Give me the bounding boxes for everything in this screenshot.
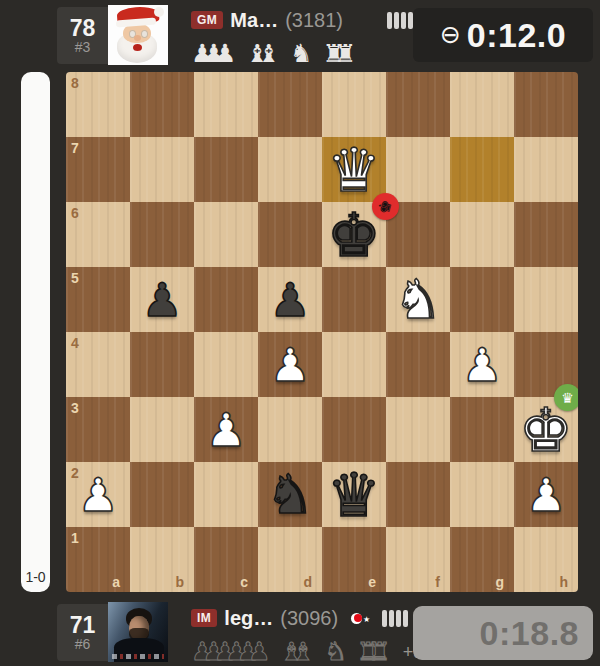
captured-rook-icon: ♜: [334, 41, 356, 66]
fallen-king-icon: ♚: [376, 198, 395, 216]
bottom-player-scorebox: 71 #6: [57, 604, 108, 661]
square-a6[interactable]: 6: [66, 202, 130, 267]
crown-icon: ♛: [561, 391, 574, 405]
bottom-player-avatar[interactable]: [108, 602, 168, 662]
black-queen-e2[interactable]: ♛: [322, 462, 386, 527]
captured-group-pawn: ♟♟♟: [191, 41, 236, 66]
square-d8[interactable]: [258, 72, 322, 137]
santa-hat-trim: [116, 18, 156, 28]
top-player-signal-bars-icon: [387, 12, 413, 29]
black-knight-d2[interactable]: ♞: [258, 462, 322, 527]
square-f5[interactable]: ♞: [386, 267, 450, 332]
square-g3[interactable]: [450, 397, 514, 462]
rank-label-4: 4: [71, 335, 79, 351]
square-h8[interactable]: [514, 72, 578, 137]
square-f7[interactable]: [386, 137, 450, 202]
captured-pawn-icon: ♟: [214, 41, 236, 66]
top-player-clock: ⊖ 0:12.0: [413, 8, 593, 62]
white-pawn-h2[interactable]: ♟: [514, 462, 578, 527]
square-d1[interactable]: d: [258, 527, 322, 592]
top-player-score: 78: [70, 16, 96, 40]
white-queen-e7[interactable]: ♛: [322, 137, 386, 202]
file-label-d: d: [303, 574, 312, 590]
winner-crown-badge: ♛: [554, 384, 578, 411]
captured-knight-icon: ♞: [324, 639, 346, 664]
square-b6[interactable]: [130, 202, 194, 267]
white-pawn-d4[interactable]: ♟: [258, 332, 322, 397]
circled-minus-icon: ⊖: [440, 20, 461, 49]
square-h2[interactable]: ♟: [514, 462, 578, 527]
bottom-player-signal-bars-icon: [382, 610, 408, 627]
top-player-title-badge: GM: [191, 11, 223, 29]
captured-knight-icon: ♞: [290, 41, 312, 66]
bottom-player-seed: #6: [75, 637, 91, 652]
black-pawn-b5[interactable]: ♟: [130, 267, 194, 332]
signal-bar: [396, 610, 401, 627]
top-player-time: 0:12.0: [467, 16, 566, 55]
square-g5[interactable]: [450, 267, 514, 332]
square-h6[interactable]: [514, 202, 578, 267]
square-f8[interactable]: [386, 72, 450, 137]
square-g6[interactable]: [450, 202, 514, 267]
signal-bar: [403, 610, 408, 627]
square-a1[interactable]: 1a: [66, 527, 130, 592]
santa-eye: [141, 30, 148, 38]
game-result-label: 1-0: [21, 569, 50, 585]
square-e3[interactable]: [322, 397, 386, 462]
top-player-name[interactable]: Ma…: [230, 9, 278, 32]
square-d5[interactable]: ♟: [258, 267, 322, 332]
santa-nose: [134, 35, 141, 41]
square-h5[interactable]: [514, 267, 578, 332]
file-label-h: h: [559, 574, 568, 590]
white-pawn-g4[interactable]: ♟: [450, 332, 514, 397]
square-g2[interactable]: [450, 462, 514, 527]
square-h3[interactable]: ♚♛: [514, 397, 578, 462]
captured-bishop-icon: ♝: [292, 639, 314, 664]
signal-bar: [394, 12, 399, 29]
square-c8[interactable]: [194, 72, 258, 137]
rank-label-5: 5: [71, 270, 79, 286]
square-b3[interactable]: [130, 397, 194, 462]
captured-rook-icon: ♜: [368, 639, 390, 664]
file-label-c: c: [240, 574, 248, 590]
square-b2[interactable]: [130, 462, 194, 527]
captured-group-knight: ♞: [324, 639, 346, 664]
captured-group-rook: ♜♜: [357, 639, 391, 664]
white-knight-f5[interactable]: ♞: [386, 267, 450, 332]
captured-group-rook: ♜♜: [323, 41, 357, 66]
square-h1[interactable]: h: [514, 527, 578, 592]
square-e2[interactable]: ♛: [322, 462, 386, 527]
square-d4[interactable]: ♟: [258, 332, 322, 397]
santa-mouth: [133, 44, 142, 51]
chess-board[interactable]: 87♛6♚♚5♟♟♞4♟♟3♟♚♛2♟♞♛♟1abcdefgh: [66, 72, 578, 592]
rank-label-8: 8: [71, 75, 79, 91]
signal-bar: [387, 12, 392, 29]
square-a5[interactable]: 5: [66, 267, 130, 332]
square-f4[interactable]: [386, 332, 450, 397]
square-b8[interactable]: [130, 72, 194, 137]
norway-flag-icon: [351, 11, 379, 30]
top-player-avatar[interactable]: [108, 5, 168, 65]
rank-label-3: 3: [71, 400, 79, 416]
top-player-seed: #3: [75, 40, 91, 55]
bottom-player-captured-pieces: ♟♟♟♟♟♟♝♝♞♜♜+3: [191, 634, 406, 664]
square-h7[interactable]: [514, 137, 578, 202]
square-g7[interactable]: [450, 137, 514, 202]
square-c1[interactable]: c: [194, 527, 258, 592]
top-player-rating: (3181): [285, 9, 343, 32]
rank-label-6: 6: [71, 205, 79, 221]
square-e1[interactable]: e: [322, 527, 386, 592]
top-player-scorebox: 78 #3: [57, 7, 108, 64]
square-c3[interactable]: ♟: [194, 397, 258, 462]
square-d6[interactable]: [258, 202, 322, 267]
captured-group-bishop: ♝♝: [246, 41, 280, 66]
square-e4[interactable]: [322, 332, 386, 397]
checkmated-king-badge: ♚: [372, 193, 399, 220]
captured-pawn-icon: ♟: [248, 639, 270, 664]
bottom-player-meta: IM leg… (3096) ★ ♟♟♟♟♟♟♝♝♞♜♜+3: [191, 606, 406, 664]
square-b5[interactable]: ♟: [130, 267, 194, 332]
rank-label-1: 1: [71, 530, 79, 546]
square-f2[interactable]: [386, 462, 450, 527]
bottom-player-rating: (3096): [280, 607, 338, 630]
bottom-player-clock: 0:18.8: [413, 606, 593, 660]
square-c4[interactable]: [194, 332, 258, 397]
top-player-captured-pieces: ♟♟♟♝♝♞♜♜: [191, 36, 406, 66]
square-e7[interactable]: ♛: [322, 137, 386, 202]
white-pawn-a2[interactable]: ♟: [66, 462, 130, 527]
chess-app: 78 #3 GM Ma… (3181) ♟♟♟♝♝♞♜♜ ⊖ 0:12.0 1-…: [0, 0, 600, 666]
bottom-player-score: 71: [70, 613, 96, 637]
square-c2[interactable]: [194, 462, 258, 527]
square-d2[interactable]: ♞: [258, 462, 322, 527]
file-label-b: b: [175, 574, 184, 590]
rank-label-7: 7: [71, 140, 79, 156]
square-c6[interactable]: [194, 202, 258, 267]
square-g8[interactable]: [450, 72, 514, 137]
square-a3[interactable]: 3: [66, 397, 130, 462]
square-g1[interactable]: g: [450, 527, 514, 592]
square-c5[interactable]: [194, 267, 258, 332]
square-a2[interactable]: 2♟: [66, 462, 130, 527]
bottom-player-name[interactable]: leg…: [224, 607, 273, 630]
square-f3[interactable]: [386, 397, 450, 462]
square-e5[interactable]: [322, 267, 386, 332]
file-label-g: g: [495, 574, 504, 590]
turkey-flag-icon: ★: [346, 609, 374, 628]
evaluation-bar: 1-0: [21, 72, 50, 592]
signal-bar: [401, 12, 406, 29]
square-a4[interactable]: 4: [66, 332, 130, 397]
square-a8[interactable]: 8: [66, 72, 130, 137]
square-b1[interactable]: b: [130, 527, 194, 592]
santa-hat-pompom: [154, 7, 164, 17]
black-pawn-d5[interactable]: ♟: [258, 267, 322, 332]
file-label-a: a: [112, 574, 120, 590]
top-player-meta: GM Ma… (3181) ♟♟♟♝♝♞♜♜: [191, 8, 406, 66]
square-c7[interactable]: [194, 137, 258, 202]
bottom-player-title-badge: IM: [191, 609, 217, 627]
square-d3[interactable]: [258, 397, 322, 462]
square-a7[interactable]: 7: [66, 137, 130, 202]
file-label-f: f: [435, 574, 440, 590]
signal-bar: [382, 610, 387, 627]
square-e8[interactable]: [322, 72, 386, 137]
avatar-poster-caption: [112, 654, 164, 659]
square-f1[interactable]: f: [386, 527, 450, 592]
square-d7[interactable]: [258, 137, 322, 202]
captured-bishop-icon: ♝: [258, 41, 280, 66]
square-b4[interactable]: [130, 332, 194, 397]
square-g4[interactable]: ♟: [450, 332, 514, 397]
signal-bar: [389, 610, 394, 627]
file-label-e: e: [368, 574, 376, 590]
captured-group-knight: ♞: [290, 41, 312, 66]
captured-group-bishop: ♝♝: [281, 639, 315, 664]
square-e6[interactable]: ♚♚: [322, 202, 386, 267]
bottom-player-time: 0:18.8: [480, 614, 579, 653]
square-b7[interactable]: [130, 137, 194, 202]
captured-group-pawn: ♟♟♟♟♟♟: [191, 639, 271, 664]
white-pawn-c3[interactable]: ♟: [194, 397, 258, 462]
